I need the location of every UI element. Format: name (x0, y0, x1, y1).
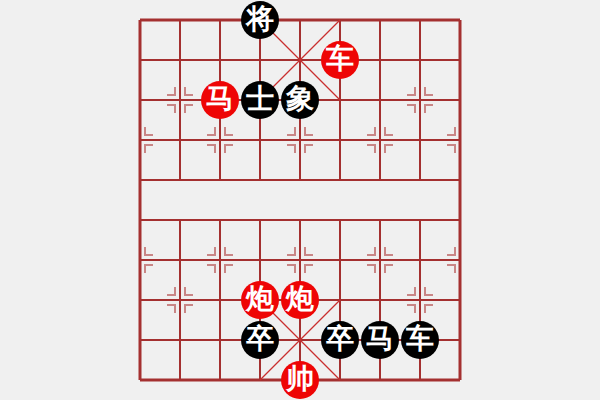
piece-red-general[interactable]: 帅 (281, 361, 319, 399)
piece-black-advisor[interactable]: 士 (241, 81, 279, 119)
piece-black-pawn-left[interactable]: 卒 (241, 321, 279, 359)
piece-glyph: 马 (206, 85, 234, 113)
piece-red-cannon-left[interactable]: 炮 (241, 281, 279, 319)
piece-black-general[interactable]: 将 (241, 1, 279, 39)
piece-glyph: 将 (246, 5, 274, 33)
piece-glyph: 炮 (246, 285, 274, 313)
piece-red-horse[interactable]: 马 (201, 81, 239, 119)
piece-black-chariot[interactable]: 车 (401, 321, 439, 359)
piece-black-elephant[interactable]: 象 (281, 81, 319, 119)
piece-red-cannon-right[interactable]: 炮 (281, 281, 319, 319)
piece-glyph: 帅 (286, 365, 314, 393)
piece-red-chariot[interactable]: 车 (321, 41, 359, 79)
pieces-layer: 将车马士象炮炮卒卒马车帅 (120, 0, 480, 400)
piece-black-pawn-right[interactable]: 卒 (321, 321, 359, 359)
piece-glyph: 马 (366, 325, 394, 353)
piece-glyph: 士 (246, 85, 274, 113)
xiangqi-board: 将车马士象炮炮卒卒马车帅 (0, 0, 600, 400)
piece-glyph: 卒 (326, 325, 354, 353)
piece-black-horse[interactable]: 马 (361, 321, 399, 359)
piece-glyph: 车 (406, 325, 434, 353)
piece-glyph: 象 (286, 85, 314, 113)
piece-glyph: 车 (326, 45, 354, 73)
piece-glyph: 卒 (246, 325, 274, 353)
piece-glyph: 炮 (286, 285, 314, 313)
